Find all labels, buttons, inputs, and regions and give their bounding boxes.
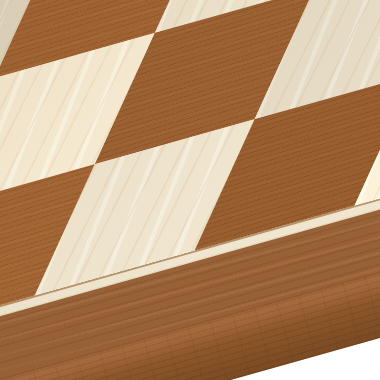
chessboard-photo <box>0 0 380 380</box>
